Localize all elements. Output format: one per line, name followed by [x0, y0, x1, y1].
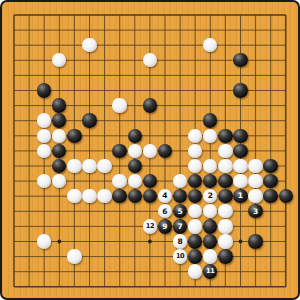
board-cell[interactable]	[127, 279, 142, 294]
board-cell[interactable]	[263, 128, 278, 143]
board-cell[interactable]	[157, 23, 172, 38]
board-cell[interactable]	[112, 174, 127, 189]
board-cell[interactable]	[22, 204, 37, 219]
board-cell[interactable]	[157, 249, 172, 264]
board-cell[interactable]	[203, 204, 218, 219]
board-cell[interactable]	[112, 128, 127, 143]
board-cell[interactable]	[67, 189, 82, 204]
board-cell[interactable]	[218, 128, 233, 143]
board-cell[interactable]	[157, 53, 172, 68]
board-cell[interactable]	[142, 83, 157, 98]
board-cell[interactable]	[188, 68, 203, 83]
board-cell[interactable]	[233, 158, 248, 173]
board-cell[interactable]	[112, 189, 127, 204]
board-cell[interactable]	[188, 219, 203, 234]
board-cell[interactable]	[127, 7, 142, 22]
board-cell[interactable]	[142, 143, 157, 158]
board-cell[interactable]	[263, 68, 278, 83]
board-cell[interactable]	[52, 7, 67, 22]
board-cell[interactable]	[22, 23, 37, 38]
board-cell[interactable]	[233, 264, 248, 279]
board-cell[interactable]	[6, 7, 21, 22]
board-cell[interactable]	[37, 38, 52, 53]
board-cell[interactable]	[142, 189, 157, 204]
board-cell[interactable]	[82, 128, 97, 143]
board-cell[interactable]	[157, 83, 172, 98]
board-cell[interactable]	[203, 113, 218, 128]
board-cell[interactable]	[233, 249, 248, 264]
board-cell[interactable]	[67, 23, 82, 38]
board-cell[interactable]	[67, 128, 82, 143]
board-cell[interactable]	[142, 204, 157, 219]
board-cell[interactable]	[203, 53, 218, 68]
board-cell[interactable]	[188, 53, 203, 68]
board-cell[interactable]	[82, 189, 97, 204]
board-cell[interactable]	[6, 98, 21, 113]
board-cell[interactable]	[127, 98, 142, 113]
board-cell[interactable]	[67, 249, 82, 264]
board-cell[interactable]	[233, 53, 248, 68]
board-cell[interactable]	[6, 113, 21, 128]
board-cell[interactable]	[248, 7, 263, 22]
board-cell[interactable]	[37, 234, 52, 249]
board-cell[interactable]	[67, 83, 82, 98]
board-cell[interactable]	[22, 53, 37, 68]
board-cell[interactable]	[6, 38, 21, 53]
board-cell[interactable]	[127, 158, 142, 173]
board-cell[interactable]	[157, 234, 172, 249]
board-cell[interactable]	[112, 53, 127, 68]
board-cell[interactable]	[203, 68, 218, 83]
board-cell[interactable]	[157, 174, 172, 189]
board-cell[interactable]	[233, 98, 248, 113]
board-cell[interactable]	[97, 174, 112, 189]
board-cell[interactable]	[82, 83, 97, 98]
board-cell[interactable]	[127, 128, 142, 143]
board-cell[interactable]	[278, 174, 293, 189]
board-cell[interactable]	[278, 113, 293, 128]
board-cell[interactable]	[82, 98, 97, 113]
board-cell[interactable]: 5	[173, 204, 188, 219]
board-cell[interactable]	[6, 158, 21, 173]
board-cell[interactable]	[233, 143, 248, 158]
board-cell[interactable]	[157, 98, 172, 113]
board-cell[interactable]	[173, 38, 188, 53]
board-cell[interactable]	[233, 128, 248, 143]
board-cell[interactable]	[203, 234, 218, 249]
board-cell[interactable]	[82, 53, 97, 68]
board-cell[interactable]	[233, 68, 248, 83]
board-cell[interactable]	[233, 204, 248, 219]
board-cell[interactable]	[52, 23, 67, 38]
board-cell[interactable]	[188, 128, 203, 143]
board-cell[interactable]	[233, 219, 248, 234]
board-cell[interactable]	[248, 98, 263, 113]
board-cell[interactable]	[233, 234, 248, 249]
board-cell[interactable]	[188, 174, 203, 189]
board-cell[interactable]	[97, 264, 112, 279]
board-cell[interactable]	[218, 38, 233, 53]
board-cell[interactable]	[22, 83, 37, 98]
board-cell[interactable]: 3	[248, 204, 263, 219]
board-cell[interactable]	[127, 234, 142, 249]
board-cell[interactable]	[142, 158, 157, 173]
board-cell[interactable]	[22, 174, 37, 189]
board-cell[interactable]	[142, 98, 157, 113]
board-cell[interactable]	[37, 53, 52, 68]
board-cell[interactable]	[233, 7, 248, 22]
board-cell[interactable]	[248, 128, 263, 143]
board-cell[interactable]	[157, 143, 172, 158]
board-cell[interactable]	[188, 143, 203, 158]
board-cell[interactable]	[112, 23, 127, 38]
board-cell[interactable]	[278, 38, 293, 53]
board-cell[interactable]	[6, 219, 21, 234]
board-cell[interactable]	[263, 7, 278, 22]
board-cell[interactable]	[203, 174, 218, 189]
board-cell[interactable]	[263, 83, 278, 98]
board-cell[interactable]: 8	[173, 234, 188, 249]
board-cell[interactable]	[157, 158, 172, 173]
board-cell[interactable]	[157, 7, 172, 22]
board-cell[interactable]	[278, 23, 293, 38]
board-cell[interactable]	[157, 279, 172, 294]
board-cell[interactable]	[52, 264, 67, 279]
board-cell[interactable]	[263, 219, 278, 234]
board-cell[interactable]	[218, 264, 233, 279]
board-cell[interactable]	[203, 83, 218, 98]
board-cell[interactable]	[82, 68, 97, 83]
board-cell[interactable]	[248, 264, 263, 279]
board-cell[interactable]	[203, 7, 218, 22]
board-cell[interactable]: 6	[157, 204, 172, 219]
board-cell[interactable]	[6, 143, 21, 158]
board-cell[interactable]	[188, 249, 203, 264]
board-cell[interactable]	[127, 53, 142, 68]
board-cell[interactable]	[173, 23, 188, 38]
board-cell[interactable]	[263, 143, 278, 158]
board-cell[interactable]	[218, 219, 233, 234]
board-cell[interactable]	[188, 38, 203, 53]
board-cell[interactable]	[112, 98, 127, 113]
board-cell[interactable]	[52, 234, 67, 249]
board-cell[interactable]	[218, 143, 233, 158]
board-cell[interactable]: 11	[203, 264, 218, 279]
board-cell[interactable]	[22, 158, 37, 173]
board-cell[interactable]	[142, 68, 157, 83]
board-cell[interactable]	[142, 264, 157, 279]
board-cell[interactable]	[173, 68, 188, 83]
board-cell[interactable]	[263, 279, 278, 294]
board-cell[interactable]	[248, 23, 263, 38]
board-cell[interactable]	[127, 204, 142, 219]
board-cell[interactable]	[37, 219, 52, 234]
board-cell[interactable]	[67, 219, 82, 234]
board-cell[interactable]	[248, 38, 263, 53]
board-cell[interactable]	[67, 7, 82, 22]
board-cell[interactable]	[278, 219, 293, 234]
board-cell[interactable]	[22, 68, 37, 83]
board-cell[interactable]	[188, 234, 203, 249]
board-cell[interactable]	[188, 113, 203, 128]
board-cell[interactable]	[233, 279, 248, 294]
board-cell[interactable]	[142, 279, 157, 294]
board-cell[interactable]	[6, 279, 21, 294]
board-cell[interactable]	[218, 53, 233, 68]
board-cell[interactable]	[97, 128, 112, 143]
board-cell[interactable]	[37, 7, 52, 22]
board-cell[interactable]	[278, 143, 293, 158]
board-cell[interactable]	[188, 279, 203, 294]
board-cell[interactable]	[218, 98, 233, 113]
board-cell[interactable]: 2	[203, 189, 218, 204]
board-cell[interactable]	[173, 83, 188, 98]
board-cell[interactable]	[188, 264, 203, 279]
board-cell[interactable]	[6, 128, 21, 143]
board-cell[interactable]	[6, 174, 21, 189]
board-cell[interactable]	[6, 53, 21, 68]
board-cell[interactable]	[278, 249, 293, 264]
board-cell[interactable]	[97, 143, 112, 158]
board-cell[interactable]	[127, 23, 142, 38]
board-cell[interactable]	[6, 249, 21, 264]
board-cell[interactable]	[112, 7, 127, 22]
board-cell[interactable]	[82, 158, 97, 173]
board-cell[interactable]	[6, 264, 21, 279]
board-cell[interactable]	[112, 279, 127, 294]
board-cell[interactable]	[233, 174, 248, 189]
board-cell[interactable]	[37, 264, 52, 279]
board-cell[interactable]: 12	[142, 219, 157, 234]
board-cell[interactable]	[203, 249, 218, 264]
board-cell[interactable]	[248, 189, 263, 204]
board-cell[interactable]	[218, 68, 233, 83]
board-cell[interactable]	[97, 68, 112, 83]
board-cell[interactable]	[82, 174, 97, 189]
board-cell[interactable]	[173, 174, 188, 189]
board-cell[interactable]	[263, 53, 278, 68]
board-cell[interactable]	[22, 279, 37, 294]
board-cell[interactable]	[37, 113, 52, 128]
board-cell[interactable]	[157, 264, 172, 279]
board-cell[interactable]	[97, 249, 112, 264]
board-cell[interactable]	[173, 7, 188, 22]
board-cell[interactable]	[37, 98, 52, 113]
board-cell[interactable]	[218, 174, 233, 189]
board-cell[interactable]	[52, 143, 67, 158]
board-cell[interactable]	[278, 68, 293, 83]
board-cell[interactable]	[218, 83, 233, 98]
board-cell[interactable]	[67, 143, 82, 158]
board-cell[interactable]	[263, 264, 278, 279]
board-cell[interactable]	[203, 23, 218, 38]
board-cell[interactable]	[127, 113, 142, 128]
board-cell[interactable]	[263, 204, 278, 219]
board-cell[interactable]	[203, 98, 218, 113]
board-cell[interactable]	[52, 53, 67, 68]
board-cell[interactable]	[218, 249, 233, 264]
board-cell[interactable]	[248, 249, 263, 264]
board-cell[interactable]	[97, 113, 112, 128]
board-cell[interactable]	[37, 23, 52, 38]
board-cell[interactable]	[278, 264, 293, 279]
board-cell[interactable]	[112, 219, 127, 234]
board-cell[interactable]	[173, 98, 188, 113]
board-cell[interactable]	[278, 7, 293, 22]
board-cell[interactable]	[112, 68, 127, 83]
board-cell[interactable]	[22, 234, 37, 249]
board-cell[interactable]	[203, 279, 218, 294]
board-cell[interactable]	[37, 158, 52, 173]
board-cell[interactable]	[263, 113, 278, 128]
board-cell[interactable]	[142, 7, 157, 22]
board-cell[interactable]	[22, 143, 37, 158]
board-cell[interactable]	[22, 98, 37, 113]
board-cell[interactable]	[37, 279, 52, 294]
board-cell[interactable]	[263, 98, 278, 113]
board-cell[interactable]	[112, 204, 127, 219]
board-cell[interactable]	[127, 174, 142, 189]
board-cell[interactable]	[52, 279, 67, 294]
board-cell[interactable]	[82, 7, 97, 22]
board-cell[interactable]	[37, 128, 52, 143]
board-cell[interactable]	[218, 23, 233, 38]
board-cell[interactable]	[127, 83, 142, 98]
board-cell[interactable]	[112, 249, 127, 264]
board-cell[interactable]	[82, 264, 97, 279]
board-cell[interactable]	[82, 204, 97, 219]
board-cell[interactable]	[248, 68, 263, 83]
board-cell[interactable]	[37, 204, 52, 219]
board-cell[interactable]	[97, 158, 112, 173]
board-cell[interactable]	[67, 204, 82, 219]
board-cell[interactable]	[248, 234, 263, 249]
board-cell[interactable]	[112, 83, 127, 98]
board-cell[interactable]	[82, 234, 97, 249]
board-cell[interactable]	[278, 98, 293, 113]
board-cell[interactable]	[112, 234, 127, 249]
board-cell[interactable]	[52, 98, 67, 113]
board-cell[interactable]	[22, 264, 37, 279]
board-cell[interactable]	[188, 23, 203, 38]
board-cell[interactable]	[173, 143, 188, 158]
board-cell[interactable]	[97, 219, 112, 234]
board-cell[interactable]	[112, 113, 127, 128]
board-cell[interactable]	[37, 83, 52, 98]
board-cell[interactable]	[97, 83, 112, 98]
board-cell[interactable]	[142, 38, 157, 53]
board-cell[interactable]	[52, 158, 67, 173]
board-cell[interactable]	[157, 128, 172, 143]
board-cell[interactable]	[142, 128, 157, 143]
board-cell[interactable]	[112, 38, 127, 53]
board-cell[interactable]	[173, 264, 188, 279]
board-cell[interactable]	[37, 249, 52, 264]
board-cell[interactable]	[278, 189, 293, 204]
board-cell[interactable]	[127, 68, 142, 83]
board-cell[interactable]	[263, 189, 278, 204]
board-cell[interactable]	[67, 234, 82, 249]
board-cell[interactable]	[263, 23, 278, 38]
board-cell[interactable]	[248, 158, 263, 173]
board-cell[interactable]	[142, 53, 157, 68]
board-cell[interactable]	[67, 68, 82, 83]
board-cell[interactable]	[278, 53, 293, 68]
board-cell[interactable]	[52, 219, 67, 234]
board-cell[interactable]	[82, 113, 97, 128]
board-cell[interactable]	[142, 113, 157, 128]
board-cell[interactable]	[218, 7, 233, 22]
board-cell[interactable]	[218, 189, 233, 204]
board-cell[interactable]	[263, 234, 278, 249]
board-cell[interactable]	[142, 234, 157, 249]
board-cell[interactable]	[22, 128, 37, 143]
board-cell[interactable]	[263, 38, 278, 53]
board-cell[interactable]	[248, 174, 263, 189]
board-cell[interactable]	[37, 189, 52, 204]
board-cell[interactable]	[233, 83, 248, 98]
board-cell[interactable]	[97, 53, 112, 68]
board-cell[interactable]	[127, 249, 142, 264]
board-cell[interactable]	[6, 204, 21, 219]
board-cell[interactable]	[248, 143, 263, 158]
board-cell[interactable]	[278, 128, 293, 143]
board-cell[interactable]	[112, 143, 127, 158]
board-cell[interactable]	[248, 279, 263, 294]
board-cell[interactable]	[248, 113, 263, 128]
board-cell[interactable]	[127, 189, 142, 204]
board-cell[interactable]	[188, 189, 203, 204]
board-cell[interactable]	[67, 174, 82, 189]
board-cell[interactable]	[52, 128, 67, 143]
board-cell[interactable]	[67, 279, 82, 294]
board-cell[interactable]	[173, 279, 188, 294]
board-cell[interactable]	[67, 38, 82, 53]
board-cell[interactable]	[142, 23, 157, 38]
board-cell[interactable]	[263, 249, 278, 264]
board-cell[interactable]	[6, 23, 21, 38]
board-cell[interactable]	[6, 234, 21, 249]
board-cell[interactable]	[173, 128, 188, 143]
board-cell[interactable]	[97, 38, 112, 53]
board-cell[interactable]	[97, 279, 112, 294]
board-cell[interactable]	[203, 128, 218, 143]
board-cell[interactable]	[67, 264, 82, 279]
board-cell[interactable]	[233, 38, 248, 53]
board-cell[interactable]	[278, 83, 293, 98]
board-cell[interactable]	[233, 23, 248, 38]
board-cell[interactable]	[188, 83, 203, 98]
board-cell[interactable]	[188, 7, 203, 22]
board-cell[interactable]: 10	[173, 249, 188, 264]
board-cell[interactable]	[82, 249, 97, 264]
board-cell[interactable]	[82, 38, 97, 53]
board-cell[interactable]	[6, 189, 21, 204]
board-cell[interactable]	[37, 68, 52, 83]
board-cell[interactable]	[218, 204, 233, 219]
board-cell[interactable]	[248, 219, 263, 234]
board-cell[interactable]	[278, 204, 293, 219]
board-cell[interactable]	[97, 7, 112, 22]
board-cell[interactable]	[218, 113, 233, 128]
board-cell[interactable]	[52, 38, 67, 53]
board-cell[interactable]	[248, 83, 263, 98]
board-cell[interactable]	[127, 143, 142, 158]
board-cell[interactable]	[67, 98, 82, 113]
board-cell[interactable]	[112, 264, 127, 279]
board-cell[interactable]	[6, 83, 21, 98]
board-cell[interactable]	[188, 158, 203, 173]
